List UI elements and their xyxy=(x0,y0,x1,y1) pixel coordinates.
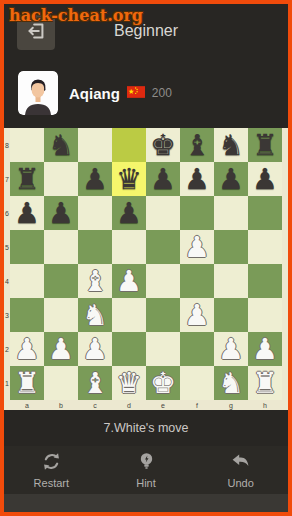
chess-app-window: hack-cheat.org Beginner Aqiang xyxy=(0,0,292,516)
board: ♞♚♝♞♜♜♟♛♟♟♟♟♟♟♟♟♝♟♞♟♟♟♟♟♟♜♝♛♚♞♜ xyxy=(10,128,282,400)
square-a8[interactable] xyxy=(10,128,44,162)
file-label-g: g xyxy=(214,400,248,410)
square-e7[interactable]: ♟ xyxy=(146,162,180,196)
file-label-b: b xyxy=(44,400,78,410)
white-pawn[interactable]: ♟ xyxy=(218,332,244,366)
square-g6[interactable] xyxy=(214,196,248,230)
black-knight[interactable]: ♞ xyxy=(218,128,244,162)
square-d5[interactable] xyxy=(112,230,146,264)
square-b4[interactable] xyxy=(44,264,78,298)
square-a2[interactable]: ♟ xyxy=(10,332,44,366)
file-label-e: e xyxy=(146,400,180,410)
square-e1[interactable]: ♚ xyxy=(146,366,180,400)
square-a3[interactable] xyxy=(10,298,44,332)
square-h2[interactable]: ♟ xyxy=(248,332,282,366)
square-a1[interactable]: ♜ xyxy=(10,366,44,400)
file-label-h: h xyxy=(248,400,282,410)
square-h8[interactable]: ♜ xyxy=(248,128,282,162)
square-c5[interactable] xyxy=(78,230,112,264)
square-g5[interactable] xyxy=(214,230,248,264)
avatar xyxy=(18,71,58,115)
undo-arrow-icon xyxy=(230,451,251,475)
file-label-a: a xyxy=(10,400,44,410)
hint-lightbulb-icon xyxy=(136,451,157,475)
file-label-c: c xyxy=(78,400,112,410)
square-e3[interactable] xyxy=(146,298,180,332)
white-rook[interactable]: ♜ xyxy=(14,366,40,400)
white-knight[interactable]: ♞ xyxy=(82,298,108,332)
black-king[interactable]: ♚ xyxy=(150,128,176,162)
square-h3[interactable] xyxy=(248,298,282,332)
undo-button[interactable]: Undo xyxy=(193,446,288,494)
square-g1[interactable]: ♞ xyxy=(214,366,248,400)
svg-text:★: ★ xyxy=(128,87,134,96)
square-a7[interactable]: ♜ xyxy=(10,162,44,196)
square-a5[interactable] xyxy=(10,230,44,264)
restart-button[interactable]: Restart xyxy=(4,446,99,494)
square-c3[interactable]: ♞ xyxy=(78,298,112,332)
square-c8[interactable] xyxy=(78,128,112,162)
square-d4[interactable]: ♟ xyxy=(112,264,146,298)
square-c1[interactable]: ♝ xyxy=(78,366,112,400)
white-pawn[interactable]: ♟ xyxy=(48,332,74,366)
square-f3[interactable]: ♟ xyxy=(180,298,214,332)
square-b7[interactable] xyxy=(44,162,78,196)
square-h4[interactable] xyxy=(248,264,282,298)
restart-label: Restart xyxy=(34,477,69,489)
player-row: Aqiang ★ 200 xyxy=(4,58,288,128)
square-c7[interactable]: ♟ xyxy=(78,162,112,196)
black-pawn[interactable]: ♟ xyxy=(116,196,142,230)
square-c6[interactable] xyxy=(78,196,112,230)
square-e5[interactable] xyxy=(146,230,180,264)
square-d7[interactable]: ♛ xyxy=(112,162,146,196)
hint-label: Hint xyxy=(136,477,156,489)
square-g4[interactable] xyxy=(214,264,248,298)
bottom-strip xyxy=(4,494,288,512)
black-queen[interactable]: ♛ xyxy=(116,162,142,196)
square-d1[interactable]: ♛ xyxy=(112,366,146,400)
black-pawn[interactable]: ♟ xyxy=(184,162,210,196)
file-label-d: d xyxy=(112,400,146,410)
white-king[interactable]: ♚ xyxy=(150,366,176,400)
file-label-f: f xyxy=(180,400,214,410)
square-a6[interactable]: ♟ xyxy=(10,196,44,230)
white-bishop[interactable]: ♝ xyxy=(82,264,108,298)
square-c2[interactable]: ♟ xyxy=(78,332,112,366)
square-f4[interactable] xyxy=(180,264,214,298)
white-queen[interactable]: ♛ xyxy=(116,366,142,400)
file-labels: abcdefgh xyxy=(10,400,282,410)
square-b6[interactable]: ♟ xyxy=(44,196,78,230)
china-flag-icon: ★ xyxy=(127,84,145,102)
square-b8[interactable]: ♞ xyxy=(44,128,78,162)
white-rook[interactable]: ♜ xyxy=(252,366,278,400)
undo-label: Undo xyxy=(228,477,254,489)
player-rating: 200 xyxy=(152,86,172,100)
square-e8[interactable]: ♚ xyxy=(146,128,180,162)
square-d2[interactable] xyxy=(112,332,146,366)
square-f8[interactable]: ♝ xyxy=(180,128,214,162)
square-f2[interactable] xyxy=(180,332,214,366)
black-pawn[interactable]: ♟ xyxy=(14,196,40,230)
square-f5[interactable]: ♟ xyxy=(180,230,214,264)
restart-icon xyxy=(41,451,62,475)
white-bishop[interactable]: ♝ xyxy=(82,366,108,400)
black-pawn[interactable]: ♟ xyxy=(218,162,244,196)
square-d8[interactable] xyxy=(112,128,146,162)
square-g2[interactable]: ♟ xyxy=(214,332,248,366)
square-f6[interactable] xyxy=(180,196,214,230)
square-h7[interactable]: ♟ xyxy=(248,162,282,196)
square-d3[interactable] xyxy=(112,298,146,332)
white-pawn[interactable]: ♟ xyxy=(116,264,142,298)
white-pawn[interactable]: ♟ xyxy=(14,332,40,366)
black-pawn[interactable]: ♟ xyxy=(82,162,108,196)
white-pawn[interactable]: ♟ xyxy=(82,332,108,366)
square-h6[interactable] xyxy=(248,196,282,230)
square-g8[interactable]: ♞ xyxy=(214,128,248,162)
board-frame: 87654321 ♞♚♝♞♜♜♟♛♟♟♟♟♟♟♟♟♝♟♞♟♟♟♟♟♟♜♝♛♚♞♜… xyxy=(4,128,288,410)
hint-button[interactable]: Hint xyxy=(99,446,194,494)
square-a4[interactable] xyxy=(10,264,44,298)
move-status: 7.White's move xyxy=(4,410,288,446)
black-knight[interactable]: ♞ xyxy=(48,128,74,162)
square-b3[interactable] xyxy=(44,298,78,332)
black-pawn[interactable]: ♟ xyxy=(150,162,176,196)
black-rook[interactable]: ♜ xyxy=(14,162,40,196)
square-b2[interactable]: ♟ xyxy=(44,332,78,366)
square-e6[interactable] xyxy=(146,196,180,230)
white-pawn[interactable]: ♟ xyxy=(184,298,210,332)
player-info: Aqiang ★ 200 xyxy=(69,84,172,102)
watermark-text: hack-cheat.org xyxy=(9,6,143,25)
black-bishop[interactable]: ♝ xyxy=(184,128,210,162)
square-c4[interactable]: ♝ xyxy=(78,264,112,298)
square-g7[interactable]: ♟ xyxy=(214,162,248,196)
player-name: Aqiang xyxy=(69,85,120,102)
bottom-toolbar: Restart Hint Undo xyxy=(4,446,288,494)
square-e4[interactable] xyxy=(146,264,180,298)
black-pawn[interactable]: ♟ xyxy=(252,162,278,196)
black-rook[interactable]: ♜ xyxy=(252,128,278,162)
square-g3[interactable] xyxy=(214,298,248,332)
square-b5[interactable] xyxy=(44,230,78,264)
white-knight[interactable]: ♞ xyxy=(218,366,244,400)
black-pawn[interactable]: ♟ xyxy=(48,196,74,230)
square-e2[interactable] xyxy=(146,332,180,366)
square-f1[interactable] xyxy=(180,366,214,400)
square-d6[interactable]: ♟ xyxy=(112,196,146,230)
white-pawn[interactable]: ♟ xyxy=(184,230,210,264)
square-f7[interactable]: ♟ xyxy=(180,162,214,196)
square-b1[interactable] xyxy=(44,366,78,400)
white-pawn[interactable]: ♟ xyxy=(252,332,278,366)
square-h1[interactable]: ♜ xyxy=(248,366,282,400)
square-h5[interactable] xyxy=(248,230,282,264)
